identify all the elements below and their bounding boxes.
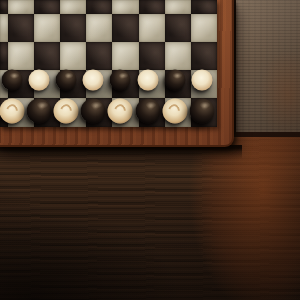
dark-pawn[interactable] (110, 70, 131, 91)
board-square[interactable] (86, 70, 112, 98)
board-square[interactable] (8, 14, 34, 42)
dark-pawn[interactable] (164, 70, 185, 91)
board-square[interactable] (191, 14, 217, 42)
board-square[interactable] (165, 0, 191, 14)
light-pawn[interactable] (191, 70, 212, 91)
board-square[interactable] (139, 42, 165, 70)
light-pawn[interactable] (54, 98, 79, 123)
scene (0, 0, 300, 300)
board-square[interactable] (139, 98, 165, 127)
board-square[interactable] (139, 70, 165, 98)
board-square[interactable] (191, 42, 217, 70)
dark-pawn[interactable] (81, 98, 106, 123)
light-pawn[interactable] (137, 70, 158, 91)
board-squares (0, 0, 217, 127)
board-square[interactable] (8, 42, 34, 70)
board-square[interactable] (191, 0, 217, 14)
dark-pawn[interactable] (2, 70, 23, 91)
light-pawn[interactable] (83, 70, 104, 91)
board-square[interactable] (191, 98, 217, 127)
board-square[interactable] (60, 0, 86, 14)
board-square[interactable] (139, 14, 165, 42)
board-square[interactable] (86, 14, 112, 42)
board-cast-shadow (0, 145, 242, 159)
dark-pawn[interactable] (135, 98, 160, 123)
board-square[interactable] (34, 0, 60, 14)
board-square[interactable] (165, 98, 191, 127)
board-square[interactable] (0, 42, 8, 70)
board-square[interactable] (60, 14, 86, 42)
board-square[interactable] (60, 70, 86, 98)
table-plank-upper-right (233, 0, 300, 137)
dark-pawn[interactable] (56, 70, 77, 91)
board-square[interactable] (34, 14, 60, 42)
light-pawn[interactable] (162, 98, 187, 123)
board-square[interactable] (86, 0, 112, 14)
board-square[interactable] (0, 14, 8, 42)
board-square[interactable] (112, 14, 138, 42)
board-square[interactable] (139, 0, 165, 14)
board-square[interactable] (8, 0, 34, 14)
board-square[interactable] (112, 70, 138, 98)
dark-pawn[interactable] (27, 98, 52, 123)
board-square[interactable] (34, 42, 60, 70)
light-pawn[interactable] (29, 70, 50, 91)
light-pawn[interactable] (0, 98, 25, 123)
board-square[interactable] (0, 0, 8, 14)
dark-pawn[interactable] (189, 98, 214, 123)
light-pawn[interactable] (108, 98, 133, 123)
board-square[interactable] (165, 14, 191, 42)
board-square[interactable] (86, 42, 112, 70)
board-square[interactable] (112, 42, 138, 70)
board-square[interactable] (191, 70, 217, 98)
board-square[interactable] (60, 42, 86, 70)
board-square[interactable] (165, 42, 191, 70)
board-square[interactable] (112, 0, 138, 14)
chess-board (0, 0, 234, 147)
board-square[interactable] (165, 70, 191, 98)
